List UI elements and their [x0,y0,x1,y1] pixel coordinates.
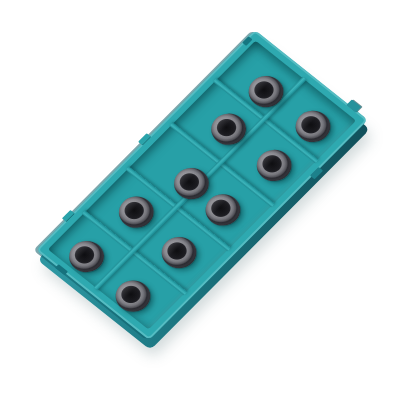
product-photo-scene [0,0,400,400]
insert-storage-tray [36,30,368,340]
